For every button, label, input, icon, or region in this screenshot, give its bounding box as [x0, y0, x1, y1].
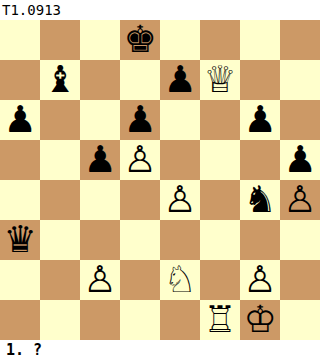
- square-h6[interactable]: [280, 100, 320, 140]
- square-c7[interactable]: [80, 60, 120, 100]
- square-c3[interactable]: [80, 220, 120, 260]
- square-c1[interactable]: [80, 300, 120, 340]
- square-b2[interactable]: [40, 260, 80, 300]
- piece-black-pawn: ♟: [3, 100, 36, 140]
- square-e1[interactable]: [160, 300, 200, 340]
- piece-black-knight: ♞: [243, 180, 276, 220]
- square-h7[interactable]: [280, 60, 320, 100]
- square-e5[interactable]: [160, 140, 200, 180]
- piece-white-pawn: ♙: [163, 180, 196, 220]
- square-h4[interactable]: ♙: [280, 180, 320, 220]
- square-g2[interactable]: ♙: [240, 260, 280, 300]
- square-g8[interactable]: [240, 20, 280, 60]
- square-d1[interactable]: [120, 300, 160, 340]
- piece-black-pawn: ♟: [83, 140, 116, 180]
- square-h1[interactable]: [280, 300, 320, 340]
- square-b4[interactable]: [40, 180, 80, 220]
- square-c4[interactable]: [80, 180, 120, 220]
- move-prompt: 1. ?: [0, 340, 320, 360]
- square-d7[interactable]: [120, 60, 160, 100]
- square-h2[interactable]: [280, 260, 320, 300]
- square-b8[interactable]: [40, 20, 80, 60]
- square-h5[interactable]: ♟: [280, 140, 320, 180]
- square-e2[interactable]: ♘: [160, 260, 200, 300]
- square-a8[interactable]: [0, 20, 40, 60]
- piece-white-rook: ♖: [203, 300, 236, 340]
- square-a6[interactable]: ♟: [0, 100, 40, 140]
- piece-white-pawn: ♙: [243, 260, 276, 300]
- square-a1[interactable]: [0, 300, 40, 340]
- square-c5[interactable]: ♟: [80, 140, 120, 180]
- square-d6[interactable]: ♟: [120, 100, 160, 140]
- square-a4[interactable]: [0, 180, 40, 220]
- square-f4[interactable]: [200, 180, 240, 220]
- square-b6[interactable]: [40, 100, 80, 140]
- square-e4[interactable]: ♙: [160, 180, 200, 220]
- square-e7[interactable]: ♟: [160, 60, 200, 100]
- piece-white-pawn: ♙: [83, 260, 116, 300]
- square-a7[interactable]: [0, 60, 40, 100]
- square-h3[interactable]: [280, 220, 320, 260]
- square-g3[interactable]: [240, 220, 280, 260]
- piece-black-pawn: ♟: [123, 100, 156, 140]
- square-g6[interactable]: ♟: [240, 100, 280, 140]
- square-b7[interactable]: ♝: [40, 60, 80, 100]
- piece-black-queen: ♛: [3, 220, 36, 260]
- square-h8[interactable]: [280, 20, 320, 60]
- square-b5[interactable]: [40, 140, 80, 180]
- piece-white-pawn: ♙: [123, 140, 156, 180]
- piece-black-pawn: ♟: [283, 140, 316, 180]
- piece-white-queen: ♕: [203, 60, 236, 100]
- piece-white-knight: ♘: [163, 260, 196, 300]
- square-d5[interactable]: ♙: [120, 140, 160, 180]
- square-d3[interactable]: [120, 220, 160, 260]
- square-e6[interactable]: [160, 100, 200, 140]
- piece-black-pawn: ♟: [163, 60, 196, 100]
- square-f5[interactable]: [200, 140, 240, 180]
- square-c8[interactable]: [80, 20, 120, 60]
- square-d4[interactable]: [120, 180, 160, 220]
- square-g1[interactable]: ♔: [240, 300, 280, 340]
- square-e8[interactable]: [160, 20, 200, 60]
- square-f1[interactable]: ♖: [200, 300, 240, 340]
- piece-white-king: ♔: [243, 300, 276, 340]
- piece-white-pawn: ♙: [283, 180, 316, 220]
- square-f8[interactable]: [200, 20, 240, 60]
- square-a3[interactable]: ♛: [0, 220, 40, 260]
- square-c6[interactable]: [80, 100, 120, 140]
- square-c2[interactable]: ♙: [80, 260, 120, 300]
- piece-black-king: ♚: [123, 20, 156, 60]
- square-d2[interactable]: [120, 260, 160, 300]
- square-g7[interactable]: [240, 60, 280, 100]
- square-a5[interactable]: [0, 140, 40, 180]
- square-d8[interactable]: ♚: [120, 20, 160, 60]
- square-b1[interactable]: [40, 300, 80, 340]
- chess-puzzle-window: T1.0913 ♚♝♟♕♟♟♟♟♙♟♙♞♙♛♙♘♙♖♔ 1. ?: [0, 0, 320, 360]
- puzzle-title: T1.0913: [0, 0, 320, 20]
- piece-black-bishop: ♝: [43, 60, 76, 100]
- piece-black-pawn: ♟: [243, 100, 276, 140]
- square-b3[interactable]: [40, 220, 80, 260]
- square-g5[interactable]: [240, 140, 280, 180]
- square-f3[interactable]: [200, 220, 240, 260]
- chess-board: ♚♝♟♕♟♟♟♟♙♟♙♞♙♛♙♘♙♖♔: [0, 20, 320, 340]
- square-f7[interactable]: ♕: [200, 60, 240, 100]
- square-a2[interactable]: [0, 260, 40, 300]
- square-g4[interactable]: ♞: [240, 180, 280, 220]
- square-e3[interactable]: [160, 220, 200, 260]
- square-f6[interactable]: [200, 100, 240, 140]
- square-f2[interactable]: [200, 260, 240, 300]
